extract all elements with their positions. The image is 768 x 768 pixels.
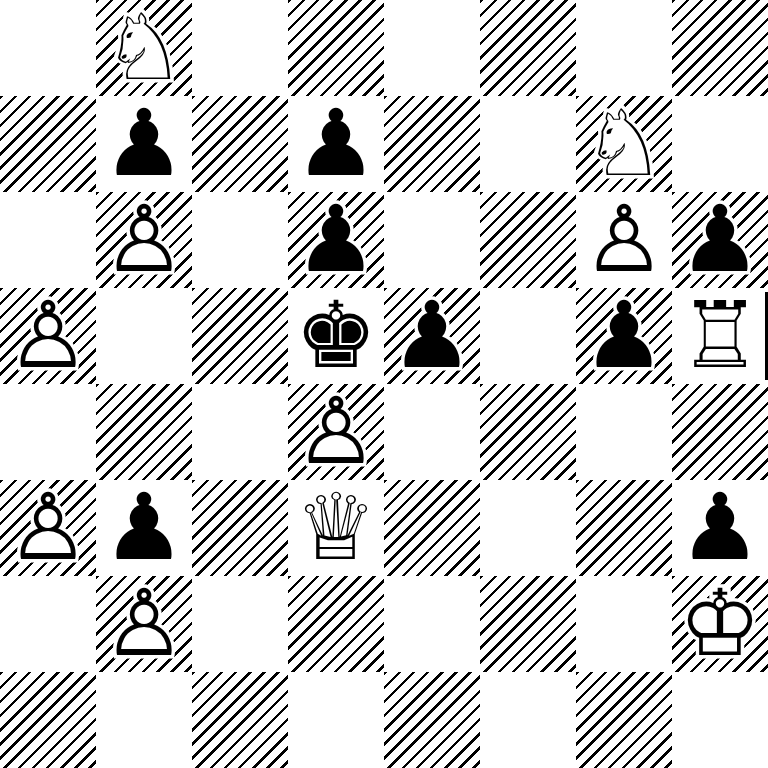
square-e4[interactable] [384,384,480,480]
piece-halo: ♟ [672,192,768,288]
square-d6[interactable]: ♟♟ [288,192,384,288]
piece-glyph: ♘ [576,96,672,192]
square-d7[interactable]: ♟♟ [288,96,384,192]
piece-halo: ♛ [288,480,384,576]
chess-board: ♞♘♟♟♟♟♞♘♟♙♟♟♟♙♟♟♟♙♚♚♟♟♟♟♜♖♟♙♟♙♟♟♛♕♟♟♟♙♚♔ [0,0,768,768]
piece-glyph: ♖ [672,288,768,384]
square-a1[interactable] [0,672,96,768]
square-a6[interactable] [0,192,96,288]
square-h2[interactable]: ♚♔ [672,576,768,672]
piece-halo: ♞ [576,96,672,192]
white-knight-g7: ♞♘ [576,96,672,192]
piece-halo: ♟ [288,384,384,480]
white-king-h2: ♚♔ [672,576,768,672]
piece-glyph: ♟ [288,96,384,192]
square-g3[interactable] [576,480,672,576]
white-pawn-b2: ♟♙ [96,576,192,672]
square-e2[interactable] [384,576,480,672]
square-c3[interactable] [192,480,288,576]
square-a3[interactable]: ♟♙ [0,480,96,576]
piece-halo: ♟ [0,288,96,384]
square-b3[interactable]: ♟♟ [96,480,192,576]
square-e7[interactable] [384,96,480,192]
black-pawn-b3: ♟♟ [96,480,192,576]
piece-glyph: ♙ [96,576,192,672]
square-c4[interactable] [192,384,288,480]
piece-halo: ♞ [96,0,192,96]
square-f5[interactable] [480,288,576,384]
square-g8[interactable] [576,0,672,96]
square-b8[interactable]: ♞♘ [96,0,192,96]
square-h1[interactable] [672,672,768,768]
square-e5[interactable]: ♟♟ [384,288,480,384]
square-d3[interactable]: ♛♕ [288,480,384,576]
square-h6[interactable]: ♟♟ [672,192,768,288]
piece-halo: ♟ [576,192,672,288]
piece-halo: ♟ [96,480,192,576]
piece-halo: ♟ [288,192,384,288]
square-c6[interactable] [192,192,288,288]
square-e3[interactable] [384,480,480,576]
square-d8[interactable] [288,0,384,96]
square-b2[interactable]: ♟♙ [96,576,192,672]
piece-glyph: ♙ [0,288,96,384]
square-g6[interactable]: ♟♙ [576,192,672,288]
square-g7[interactable]: ♞♘ [576,96,672,192]
square-c8[interactable] [192,0,288,96]
black-pawn-e5: ♟♟ [384,288,480,384]
black-pawn-h3: ♟♟ [672,480,768,576]
piece-halo: ♚ [672,576,768,672]
black-pawn-d7: ♟♟ [288,96,384,192]
square-f2[interactable] [480,576,576,672]
square-f3[interactable] [480,480,576,576]
piece-halo: ♟ [96,192,192,288]
white-knight-b8: ♞♘ [96,0,192,96]
piece-glyph: ♟ [672,192,768,288]
square-a7[interactable] [0,96,96,192]
piece-halo: ♟ [96,96,192,192]
white-pawn-a5: ♟♙ [0,288,96,384]
square-h7[interactable] [672,96,768,192]
square-a4[interactable] [0,384,96,480]
square-c1[interactable] [192,672,288,768]
piece-glyph: ♟ [576,288,672,384]
piece-halo: ♟ [288,96,384,192]
piece-glyph: ♙ [288,384,384,480]
square-d2[interactable] [288,576,384,672]
square-c5[interactable] [192,288,288,384]
square-f7[interactable] [480,96,576,192]
white-rook-h5: ♜♖ [672,288,768,384]
piece-glyph: ♟ [96,480,192,576]
square-h8[interactable] [672,0,768,96]
square-c7[interactable] [192,96,288,192]
piece-halo: ♚ [288,288,384,384]
square-b6[interactable]: ♟♙ [96,192,192,288]
white-pawn-a3: ♟♙ [0,480,96,576]
piece-glyph: ♕ [288,480,384,576]
piece-glyph: ♙ [576,192,672,288]
square-f1[interactable] [480,672,576,768]
square-g4[interactable] [576,384,672,480]
black-pawn-g5: ♟♟ [576,288,672,384]
piece-halo: ♟ [96,576,192,672]
black-pawn-d6: ♟♟ [288,192,384,288]
square-f6[interactable] [480,192,576,288]
piece-glyph: ♟ [288,192,384,288]
square-g2[interactable] [576,576,672,672]
piece-halo: ♟ [576,288,672,384]
square-a8[interactable] [0,0,96,96]
white-pawn-d4: ♟♙ [288,384,384,480]
piece-glyph: ♘ [96,0,192,96]
square-c2[interactable] [192,576,288,672]
piece-halo: ♟ [384,288,480,384]
square-h5[interactable]: ♜♖ [672,288,768,384]
piece-halo: ♜ [672,288,768,384]
black-pawn-h6: ♟♟ [672,192,768,288]
piece-halo: ♟ [0,480,96,576]
square-b5[interactable] [96,288,192,384]
white-queen-d3: ♛♕ [288,480,384,576]
square-b7[interactable]: ♟♟ [96,96,192,192]
piece-glyph: ♙ [0,480,96,576]
piece-glyph: ♟ [384,288,480,384]
white-pawn-g6: ♟♙ [576,192,672,288]
piece-glyph: ♟ [96,96,192,192]
black-pawn-b7: ♟♟ [96,96,192,192]
square-f4[interactable] [480,384,576,480]
square-d4[interactable]: ♟♙ [288,384,384,480]
black-king-d5: ♚♚ [288,288,384,384]
square-g1[interactable] [576,672,672,768]
square-h4[interactable] [672,384,768,480]
square-b4[interactable] [96,384,192,480]
square-h3[interactable]: ♟♟ [672,480,768,576]
white-pawn-b6: ♟♙ [96,192,192,288]
square-f8[interactable] [480,0,576,96]
square-d1[interactable] [288,672,384,768]
piece-glyph: ♔ [672,576,768,672]
square-b1[interactable] [96,672,192,768]
chess-diagram: ♞♘♟♟♟♟♞♘♟♙♟♟♟♙♟♟♟♙♚♚♟♟♟♟♜♖♟♙♟♙♟♟♛♕♟♟♟♙♚♔ [0,0,768,768]
piece-glyph: ♙ [96,192,192,288]
square-g5[interactable]: ♟♟ [576,288,672,384]
square-a5[interactable]: ♟♙ [0,288,96,384]
square-e6[interactable] [384,192,480,288]
square-a2[interactable] [0,576,96,672]
square-e8[interactable] [384,0,480,96]
square-e1[interactable] [384,672,480,768]
square-d5[interactable]: ♚♚ [288,288,384,384]
piece-glyph: ♟ [672,480,768,576]
piece-glyph: ♚ [288,288,384,384]
piece-halo: ♟ [672,480,768,576]
